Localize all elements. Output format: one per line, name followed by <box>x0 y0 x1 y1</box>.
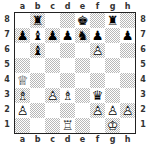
square-b4[interactable] <box>30 73 45 88</box>
white-pawn-outline: ♙ <box>90 43 105 58</box>
white-pawn: ♟♙ <box>45 88 60 103</box>
square-b3[interactable] <box>30 88 45 103</box>
file-label-e: e <box>75 134 90 145</box>
white-pawn-outline: ♙ <box>15 103 30 118</box>
rank-label-6: 6 <box>0 42 14 57</box>
rank-label-3: 3 <box>136 87 150 102</box>
rank-labels-left: 87654321 <box>0 12 14 134</box>
black-knight: ♞ <box>75 28 90 43</box>
rank-label-8: 8 <box>0 12 14 27</box>
file-label-e: e <box>75 1 90 12</box>
white-king: ♚♔ <box>105 118 120 133</box>
black-pawn-glyph: ♟ <box>60 28 75 43</box>
file-label-f: f <box>90 1 105 12</box>
black-pawn: ♟ <box>90 28 105 43</box>
square-e7[interactable]: ♞ <box>75 28 90 43</box>
square-f7[interactable]: ♟ <box>90 28 105 43</box>
square-g3[interactable] <box>105 88 120 103</box>
file-label-d: d <box>60 134 75 145</box>
square-g4[interactable] <box>105 73 120 88</box>
file-labels-bottom: abcdefgh <box>15 134 150 145</box>
square-c6[interactable] <box>45 43 60 58</box>
black-pawn-glyph: ♟ <box>90 28 105 43</box>
black-king-glyph: ♚ <box>75 13 90 28</box>
black-pawn-glyph: ♟ <box>120 28 135 43</box>
square-f5[interactable] <box>90 58 105 73</box>
rank-label-8: 8 <box>136 12 150 27</box>
square-d7[interactable]: ♟ <box>60 28 75 43</box>
black-knight-glyph: ♞ <box>75 28 90 43</box>
square-f8[interactable] <box>90 13 105 28</box>
square-e1[interactable] <box>75 118 90 133</box>
square-g1[interactable]: ♚♔ <box>105 118 120 133</box>
square-h4[interactable] <box>120 73 135 88</box>
black-pawn: ♟ <box>45 28 60 43</box>
file-label-c: c <box>45 134 60 145</box>
square-e5[interactable] <box>75 58 90 73</box>
white-pawn: ♟♙ <box>90 43 105 58</box>
square-a2[interactable]: ♟♙ <box>15 103 30 118</box>
white-pawn-outline: ♙ <box>90 103 105 118</box>
square-g5[interactable] <box>105 58 120 73</box>
white-pawn-outline: ♙ <box>45 88 60 103</box>
square-a5[interactable] <box>15 58 30 73</box>
square-g2[interactable]: ♟♙ <box>105 103 120 118</box>
square-c5[interactable] <box>45 58 60 73</box>
square-a3[interactable]: ♝♗ <box>15 88 30 103</box>
square-c7[interactable]: ♟ <box>45 28 60 43</box>
rank-label-7: 7 <box>0 27 14 42</box>
square-g7[interactable] <box>105 28 120 43</box>
black-rook: ♜ <box>105 13 120 28</box>
file-label-c: c <box>45 1 60 12</box>
square-b1[interactable] <box>30 118 45 133</box>
file-label-b: b <box>30 1 45 12</box>
file-labels-top: abcdefgh <box>15 1 150 12</box>
rank-label-2: 2 <box>136 102 150 117</box>
square-g6[interactable] <box>105 43 120 58</box>
board-middle: 87654321 ♜♚♜♟♝♟♟♞♟♟♝♟♙♛♕♝♗♟♙♝♗♛♟♙♟♙♟♙♟♙♜… <box>0 12 150 134</box>
square-b7[interactable]: ♝ <box>30 28 45 43</box>
white-rook: ♜♖ <box>60 118 75 133</box>
square-f1[interactable] <box>90 118 105 133</box>
white-pawn-outline: ♙ <box>120 103 135 118</box>
file-label-f: f <box>90 134 105 145</box>
square-h2[interactable]: ♟♙ <box>120 103 135 118</box>
square-h6[interactable] <box>120 43 135 58</box>
square-e3[interactable] <box>75 88 90 103</box>
white-pawn: ♟♙ <box>120 103 135 118</box>
white-bishop-outline: ♗ <box>15 88 30 103</box>
square-d2[interactable] <box>60 103 75 118</box>
rank-labels-right: 87654321 <box>136 12 150 134</box>
square-d8[interactable] <box>60 13 75 28</box>
black-bishop-glyph: ♝ <box>30 43 45 58</box>
square-d5[interactable] <box>60 58 75 73</box>
rank-label-1: 1 <box>136 117 150 132</box>
square-b2[interactable] <box>30 103 45 118</box>
black-bishop: ♝ <box>30 28 45 43</box>
black-pawn-glyph: ♟ <box>45 28 60 43</box>
rank-label-1: 1 <box>0 117 14 132</box>
file-label-b: b <box>30 134 45 145</box>
white-queen: ♛♕ <box>15 73 30 88</box>
black-pawn-glyph: ♟ <box>15 28 30 43</box>
white-bishop-outline: ♗ <box>60 88 75 103</box>
file-label-g: g <box>105 1 120 12</box>
file-label-d: d <box>60 1 75 12</box>
square-e4[interactable] <box>75 73 90 88</box>
black-bishop-glyph: ♝ <box>30 28 45 43</box>
square-c1[interactable] <box>45 118 60 133</box>
white-pawn: ♟♙ <box>15 103 30 118</box>
black-pawn: ♟ <box>120 28 135 43</box>
file-label-h: h <box>120 134 135 145</box>
square-a8[interactable] <box>15 13 30 28</box>
rank-label-2: 2 <box>0 102 14 117</box>
black-pawn: ♟ <box>15 28 30 43</box>
black-queen: ♛ <box>90 88 105 103</box>
square-e6[interactable] <box>75 43 90 58</box>
square-d6[interactable] <box>60 43 75 58</box>
black-pawn: ♟ <box>60 28 75 43</box>
square-f3[interactable]: ♛ <box>90 88 105 103</box>
rank-label-4: 4 <box>136 72 150 87</box>
black-rook-glyph: ♜ <box>105 13 120 28</box>
black-rook-glyph: ♜ <box>30 13 45 28</box>
square-a6[interactable] <box>15 43 30 58</box>
square-h8[interactable] <box>120 13 135 28</box>
square-h3[interactable] <box>120 88 135 103</box>
white-rook-outline: ♖ <box>60 118 75 133</box>
square-e8[interactable]: ♚ <box>75 13 90 28</box>
rank-label-4: 4 <box>0 72 14 87</box>
rank-label-5: 5 <box>136 57 150 72</box>
square-c2[interactable] <box>45 103 60 118</box>
file-label-a: a <box>15 1 30 12</box>
black-bishop: ♝ <box>30 43 45 58</box>
black-queen-glyph: ♛ <box>90 88 105 103</box>
square-g8[interactable]: ♜ <box>105 13 120 28</box>
white-queen-outline: ♕ <box>15 73 30 88</box>
square-b8[interactable]: ♜ <box>30 13 45 28</box>
square-d4[interactable] <box>60 73 75 88</box>
square-b5[interactable] <box>30 58 45 73</box>
black-king: ♚ <box>75 13 90 28</box>
square-h1[interactable] <box>120 118 135 133</box>
rank-label-5: 5 <box>0 57 14 72</box>
white-bishop: ♝♗ <box>60 88 75 103</box>
chess-board: ♜♚♜♟♝♟♟♞♟♟♝♟♙♛♕♝♗♟♙♝♗♛♟♙♟♙♟♙♟♙♜♖♚♔ <box>14 12 136 134</box>
square-d1[interactable]: ♜♖ <box>60 118 75 133</box>
square-c4[interactable] <box>45 73 60 88</box>
file-label-a: a <box>15 134 30 145</box>
white-bishop: ♝♗ <box>15 88 30 103</box>
white-king-outline: ♔ <box>105 118 120 133</box>
square-f4[interactable] <box>90 73 105 88</box>
square-e2[interactable] <box>75 103 90 118</box>
black-rook: ♜ <box>30 13 45 28</box>
square-c3[interactable]: ♟♙ <box>45 88 60 103</box>
square-c8[interactable] <box>45 13 60 28</box>
square-h5[interactable] <box>120 58 135 73</box>
square-b6[interactable]: ♝ <box>30 43 45 58</box>
white-pawn: ♟♙ <box>90 103 105 118</box>
square-a4[interactable]: ♛♕ <box>15 73 30 88</box>
white-pawn: ♟♙ <box>105 103 120 118</box>
chess-diagram: abcdefgh 87654321 ♜♚♜♟♝♟♟♞♟♟♝♟♙♛♕♝♗♟♙♝♗♛… <box>0 0 150 150</box>
rank-label-6: 6 <box>136 42 150 57</box>
file-label-g: g <box>105 134 120 145</box>
white-pawn-outline: ♙ <box>105 103 120 118</box>
file-label-h: h <box>120 1 135 12</box>
square-a1[interactable] <box>15 118 30 133</box>
rank-label-7: 7 <box>136 27 150 42</box>
square-a7[interactable]: ♟ <box>15 28 30 43</box>
square-h7[interactable]: ♟ <box>120 28 135 43</box>
square-f2[interactable]: ♟♙ <box>90 103 105 118</box>
square-d3[interactable]: ♝♗ <box>60 88 75 103</box>
square-f6[interactable]: ♟♙ <box>90 43 105 58</box>
rank-label-3: 3 <box>0 87 14 102</box>
